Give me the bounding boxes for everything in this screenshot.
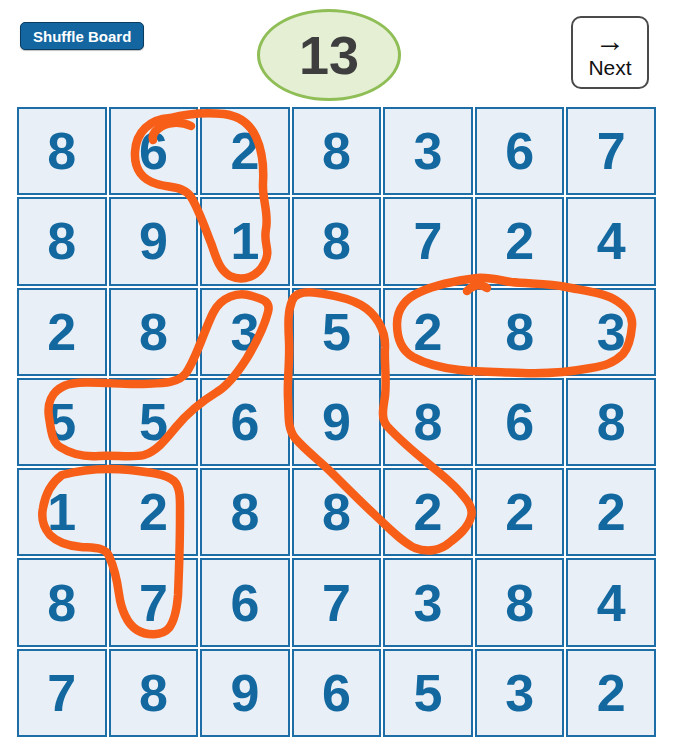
- board-cell[interactable]: 3: [566, 288, 656, 376]
- board-cell[interactable]: 2: [475, 468, 565, 556]
- board-cell[interactable]: 6: [475, 107, 565, 195]
- board-cell[interactable]: 8: [292, 107, 382, 195]
- board-cell[interactable]: 5: [109, 378, 199, 466]
- number-grid: 8628367891872428352835569868128822287673…: [17, 107, 656, 737]
- shuffle-board-button[interactable]: Shuffle Board: [20, 22, 144, 50]
- board-cell[interactable]: 8: [17, 558, 107, 646]
- board-cell[interactable]: 2: [566, 649, 656, 737]
- board-cell[interactable]: 5: [17, 378, 107, 466]
- target-number-badge: 13: [257, 9, 401, 101]
- board-cell[interactable]: 3: [383, 107, 473, 195]
- board-cell[interactable]: 2: [109, 468, 199, 556]
- board-cell[interactable]: 7: [383, 197, 473, 285]
- target-number: 13: [299, 24, 359, 86]
- board-cell[interactable]: 8: [475, 288, 565, 376]
- board-cell[interactable]: 7: [17, 649, 107, 737]
- board-cell[interactable]: 7: [292, 558, 382, 646]
- board-cell[interactable]: 4: [566, 558, 656, 646]
- board-cell[interactable]: 8: [475, 558, 565, 646]
- board-cell[interactable]: 2: [566, 468, 656, 556]
- board-cell[interactable]: 6: [109, 107, 199, 195]
- board-cell[interactable]: 2: [475, 197, 565, 285]
- board-cell[interactable]: 8: [17, 197, 107, 285]
- board-cell[interactable]: 3: [475, 649, 565, 737]
- board-cell[interactable]: 8: [292, 468, 382, 556]
- board-cell[interactable]: 3: [383, 558, 473, 646]
- board-cell[interactable]: 2: [383, 468, 473, 556]
- board-cell[interactable]: 8: [200, 468, 290, 556]
- arrow-right-icon: →: [595, 26, 625, 56]
- board-cell[interactable]: 9: [292, 378, 382, 466]
- board-cell[interactable]: 5: [383, 649, 473, 737]
- board-cell[interactable]: 3: [200, 288, 290, 376]
- board-cell[interactable]: 1: [200, 197, 290, 285]
- next-button-label: Next: [588, 56, 631, 79]
- board-cell[interactable]: 2: [17, 288, 107, 376]
- board-cell[interactable]: 9: [109, 197, 199, 285]
- board-cell[interactable]: 5: [292, 288, 382, 376]
- board-cell[interactable]: 4: [566, 197, 656, 285]
- board-cell[interactable]: 6: [292, 649, 382, 737]
- game-screen: Shuffle Board 13 → Next 8628367891872428…: [0, 0, 673, 748]
- board-cell[interactable]: 8: [109, 649, 199, 737]
- board-cell[interactable]: 6: [475, 378, 565, 466]
- board-cell[interactable]: 8: [292, 197, 382, 285]
- board-cell[interactable]: 8: [109, 288, 199, 376]
- board-cell[interactable]: 1: [17, 468, 107, 556]
- board-cell[interactable]: 8: [383, 378, 473, 466]
- board-cell[interactable]: 9: [200, 649, 290, 737]
- board-cell[interactable]: 7: [109, 558, 199, 646]
- board-cell[interactable]: 2: [383, 288, 473, 376]
- board-cell[interactable]: 6: [200, 378, 290, 466]
- board-cell[interactable]: 7: [566, 107, 656, 195]
- board-cell[interactable]: 6: [200, 558, 290, 646]
- next-button[interactable]: → Next: [571, 16, 649, 89]
- board-cell[interactable]: 8: [17, 107, 107, 195]
- board-cell[interactable]: 2: [200, 107, 290, 195]
- board-cell[interactable]: 8: [566, 378, 656, 466]
